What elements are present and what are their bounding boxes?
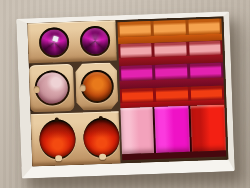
front-cube-faces xyxy=(120,105,226,155)
lucite-cube-top xyxy=(189,41,221,56)
lens-socket xyxy=(80,69,114,103)
red-lens-2 xyxy=(83,119,120,156)
lucite-cube-top xyxy=(119,21,151,37)
lucite-cube-top xyxy=(156,87,188,102)
amber-lens xyxy=(82,72,112,102)
photo-scene xyxy=(0,0,250,188)
lucite-cube-top xyxy=(154,20,186,36)
lucite-cube-top xyxy=(120,43,152,58)
pink-cube-front-face xyxy=(120,107,154,154)
rose-lens xyxy=(36,72,68,104)
toy-box xyxy=(16,11,234,178)
box-interior xyxy=(27,17,228,167)
lucite-cube-top xyxy=(190,63,222,79)
wood-peg xyxy=(99,154,106,160)
lucite-cube-area xyxy=(115,17,228,164)
lucite-cube-top xyxy=(188,19,220,35)
sparkle-highlight xyxy=(52,36,58,42)
lucite-cube-top xyxy=(121,65,153,81)
wood-tab xyxy=(79,84,85,91)
lucite-cube-top xyxy=(190,86,222,101)
wood-peg xyxy=(55,155,62,161)
wood-tab xyxy=(33,86,39,93)
lens-socket xyxy=(83,117,120,158)
gem-socket xyxy=(39,27,70,58)
purple-gem-2 xyxy=(82,28,109,55)
lens-socket xyxy=(34,70,70,106)
lucite-cube-top xyxy=(122,88,154,103)
red-cube-front-face xyxy=(190,105,226,152)
lens-socket xyxy=(39,119,76,160)
lucite-cube-top xyxy=(155,64,187,80)
rose-lens-block xyxy=(29,64,75,113)
gem-socket xyxy=(80,26,111,57)
red-lens-1 xyxy=(39,121,76,158)
magenta-cube-front-face xyxy=(154,106,190,153)
purple-gem-1 xyxy=(41,29,68,56)
lucite-cube-top xyxy=(155,42,187,57)
wooden-blocks-tray xyxy=(27,20,120,166)
amber-lens-block xyxy=(75,62,119,110)
red-lens-block xyxy=(31,111,121,166)
middle-block-row xyxy=(29,62,119,112)
gem-block-purple xyxy=(27,20,116,63)
